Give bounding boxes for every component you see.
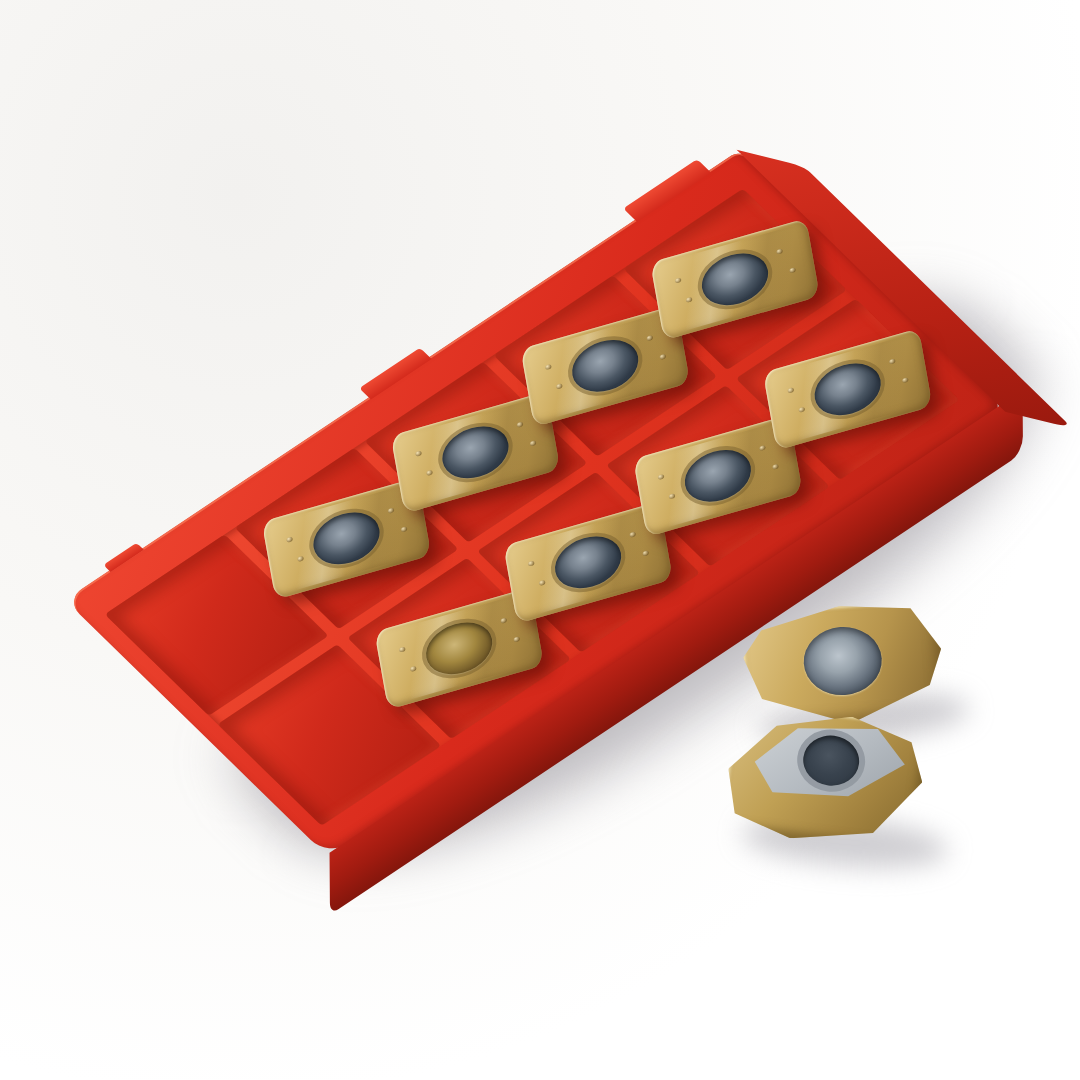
insert-screw-hole — [439, 419, 513, 486]
insert-dimple — [286, 536, 293, 542]
insert-dimple — [427, 469, 434, 475]
insert-dimple — [387, 507, 394, 513]
insert-dimple — [629, 531, 636, 537]
insert-dimple — [888, 358, 895, 364]
insert-screw-hole — [568, 332, 642, 399]
insert-dimple — [400, 526, 407, 532]
insert-dimple — [530, 440, 537, 446]
insert-dimple — [789, 267, 796, 273]
insert-dimple — [659, 354, 666, 360]
product-photo-scene — [0, 0, 1080, 1080]
insert-dimple — [669, 493, 676, 499]
insert-dimple — [674, 277, 681, 283]
lid-clip-tab — [623, 159, 711, 222]
milling-insert — [650, 218, 820, 340]
lid-clip-tab — [103, 543, 144, 573]
insert-dimple — [297, 556, 304, 562]
insert-dimple — [902, 377, 909, 383]
insert-dimple — [545, 363, 552, 369]
insert-dimple — [513, 636, 520, 642]
insert-screw-hole — [811, 356, 885, 423]
insert-dimple — [776, 248, 783, 254]
insert-dimple — [528, 560, 535, 566]
insert-dimple — [799, 406, 806, 412]
insert-dimple — [499, 617, 506, 623]
insert-screw-hole — [698, 246, 772, 313]
insert-screw-hole — [681, 442, 755, 509]
insert-dimple — [787, 387, 794, 393]
insert-dimple — [415, 450, 422, 456]
milling-insert — [763, 328, 933, 450]
insert-dimple — [772, 464, 779, 470]
insert-screw-hole — [551, 529, 625, 596]
insert-dimple — [556, 383, 563, 389]
insert-screw-hole — [801, 625, 884, 698]
insert-dimple — [657, 473, 664, 479]
insert-dimple — [398, 646, 405, 652]
insert-screw-hole — [309, 505, 383, 572]
insert-screw-hole — [422, 615, 496, 682]
insert-dimple — [759, 444, 766, 450]
insert-dimple — [686, 296, 693, 302]
insert-dimple — [540, 579, 547, 585]
insert-dimple — [642, 550, 649, 556]
insert-dimple — [646, 334, 653, 340]
insert-dimple — [516, 421, 523, 427]
lid-clip-tab — [359, 348, 431, 400]
insert-dimple — [410, 666, 417, 672]
